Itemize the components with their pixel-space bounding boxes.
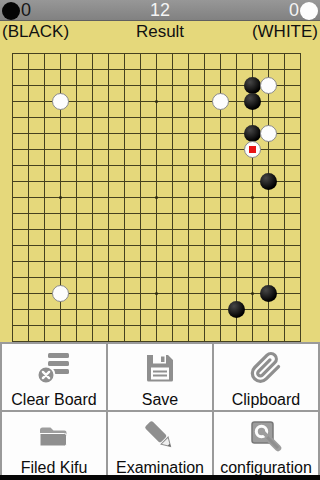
menu-item-clipboard[interactable]: Clipboard <box>214 344 318 410</box>
star-point <box>155 196 158 199</box>
menu-item-examination[interactable]: Examination <box>108 412 212 478</box>
menu-item-label: Save <box>142 391 178 409</box>
menu-item-label: Clear Board <box>11 391 96 409</box>
stone-white[interactable] <box>260 125 277 142</box>
star-point <box>155 100 158 103</box>
star-point <box>59 196 62 199</box>
stone-white[interactable] <box>260 77 277 94</box>
board-grid[interactable] <box>12 53 301 342</box>
player-bar: (BLACK) Result (WHITE) <box>0 21 320 42</box>
configuration-icon <box>248 418 284 454</box>
stone-black[interactable] <box>228 301 245 318</box>
white-stone-icon <box>300 2 318 20</box>
app-screen: 0 12 0 (BLACK) Result (WHITE) <box>0 0 320 480</box>
stone-white[interactable] <box>52 93 69 110</box>
clear-board-icon <box>36 350 72 386</box>
stone-black[interactable] <box>260 285 277 302</box>
white-capture-count: 0 <box>288 0 300 21</box>
stone-black[interactable] <box>244 125 261 142</box>
menu-item-save[interactable]: Save <box>108 344 212 410</box>
go-board[interactable] <box>0 42 320 342</box>
bottom-menu: Clear Board Save Clipboard <box>0 342 320 480</box>
stone-black[interactable] <box>244 93 261 110</box>
stone-black[interactable] <box>244 77 261 94</box>
menu-item-filed-kifu[interactable]: Filed Kifu <box>2 412 106 478</box>
stone-black[interactable] <box>260 173 277 190</box>
stone-white[interactable] <box>52 285 69 302</box>
menu-item-clear-board[interactable]: Clear Board <box>2 344 106 410</box>
white-label: (WHITE) <box>252 21 318 42</box>
star-point <box>155 292 158 295</box>
last-move-marker <box>249 146 256 153</box>
clipboard-icon <box>248 350 284 386</box>
white-counter: 0 <box>288 0 318 21</box>
examination-icon <box>141 417 179 455</box>
bottom-strip <box>0 475 320 480</box>
filed-kifu-icon <box>36 418 72 454</box>
star-point <box>251 196 254 199</box>
menu-item-configuration[interactable]: configuration <box>214 412 318 478</box>
stone-white[interactable] <box>212 93 229 110</box>
stone-white[interactable] <box>244 141 261 158</box>
move-number: 12 <box>0 0 320 21</box>
save-icon <box>142 350 178 386</box>
status-bar: 0 12 0 <box>0 0 320 21</box>
menu-item-label: Clipboard <box>232 391 300 409</box>
star-point <box>251 292 254 295</box>
